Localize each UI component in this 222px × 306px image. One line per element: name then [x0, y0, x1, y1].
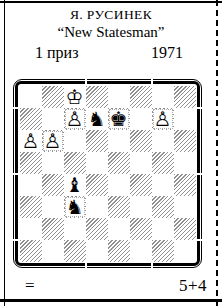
square-b4[interactable]: [42, 174, 64, 196]
material-count: 5+4: [166, 276, 207, 296]
square-b7[interactable]: [42, 108, 64, 130]
square-b1[interactable]: [42, 240, 64, 262]
square-c5[interactable]: [64, 152, 86, 174]
square-f2[interactable]: [130, 218, 152, 240]
square-d8[interactable]: [86, 86, 108, 108]
square-c6[interactable]: [64, 130, 86, 152]
square-h8[interactable]: [174, 86, 196, 108]
square-g6[interactable]: [152, 130, 174, 152]
chess-board-frame: ♔♙♞♚♙♙♙♝♞: [15, 81, 200, 266]
square-h2[interactable]: [174, 218, 196, 240]
stipulation-draw: =: [25, 276, 35, 296]
white-pawn: ♙: [64, 108, 86, 130]
frame-notch: [85, 261, 87, 269]
square-f7[interactable]: [130, 108, 152, 130]
award-text: 1 приз: [35, 44, 78, 62]
square-a5[interactable]: [20, 152, 42, 174]
square-c8[interactable]: ♔: [64, 86, 86, 108]
frame-notch: [12, 107, 20, 109]
frame-notch: [12, 173, 20, 175]
square-f1[interactable]: [130, 240, 152, 262]
square-g3[interactable]: [152, 196, 174, 218]
page-rule-bottom: [0, 299, 222, 302]
square-b8[interactable]: [42, 86, 64, 108]
square-f4[interactable]: [130, 174, 152, 196]
square-f5[interactable]: [130, 152, 152, 174]
square-g7[interactable]: ♙: [152, 108, 174, 130]
square-d7[interactable]: ♞: [86, 108, 108, 130]
square-h6[interactable]: [174, 130, 196, 152]
white-pawn: ♙: [20, 130, 42, 152]
award-line: 1 приз 1971: [35, 44, 183, 62]
frame-notch: [151, 78, 153, 86]
square-d4[interactable]: [86, 174, 108, 196]
square-d6[interactable]: [86, 130, 108, 152]
square-a3[interactable]: [20, 196, 42, 218]
page-rule-left: [4, 0, 5, 306]
frame-notch: [195, 173, 203, 175]
square-e5[interactable]: [108, 152, 130, 174]
square-e1[interactable]: [108, 240, 130, 262]
square-d2[interactable]: [86, 218, 108, 240]
frame-notch: [12, 239, 20, 241]
white-pawn: ♙: [152, 108, 174, 130]
square-e8[interactable]: [108, 86, 130, 108]
square-e7[interactable]: ♚: [108, 108, 130, 130]
black-king: ♚: [108, 108, 130, 130]
square-e4[interactable]: [108, 174, 130, 196]
page-rule-right-dashed: [216, 0, 218, 306]
square-c1[interactable]: [64, 240, 86, 262]
square-e3[interactable]: [108, 196, 130, 218]
square-g1[interactable]: [152, 240, 174, 262]
square-a8[interactable]: [20, 86, 42, 108]
black-knight: ♞: [86, 108, 108, 130]
square-e6[interactable]: [108, 130, 130, 152]
square-h1[interactable]: [174, 240, 196, 262]
square-h7[interactable]: [174, 108, 196, 130]
square-a4[interactable]: [20, 174, 42, 196]
square-c4[interactable]: ♝: [64, 174, 86, 196]
square-a7[interactable]: [20, 108, 42, 130]
square-h4[interactable]: [174, 174, 196, 196]
square-g2[interactable]: [152, 218, 174, 240]
square-g5[interactable]: [152, 152, 174, 174]
square-f8[interactable]: [130, 86, 152, 108]
scanned-problem-page: Я. РУСИНЕК “New Statesman” 1 приз 1971 ♔…: [0, 0, 222, 306]
square-h5[interactable]: [174, 152, 196, 174]
square-c3[interactable]: ♞: [64, 196, 86, 218]
square-h3[interactable]: [174, 196, 196, 218]
frame-notch: [85, 78, 87, 86]
square-c7[interactable]: ♙: [64, 108, 86, 130]
square-f3[interactable]: [130, 196, 152, 218]
square-a6[interactable]: ♙: [20, 130, 42, 152]
square-e2[interactable]: [108, 218, 130, 240]
square-c2[interactable]: [64, 218, 86, 240]
square-b3[interactable]: [42, 196, 64, 218]
square-d1[interactable]: [86, 240, 108, 262]
source-name: “New Statesman”: [0, 24, 222, 41]
square-d5[interactable]: [86, 152, 108, 174]
board-grid: ♔♙♞♚♙♙♙♝♞: [20, 86, 196, 262]
black-knight: ♞: [64, 196, 86, 218]
black-bishop: ♝: [64, 174, 86, 196]
square-g4[interactable]: [152, 174, 174, 196]
square-f6[interactable]: [130, 130, 152, 152]
white-king: ♔: [64, 86, 86, 108]
square-b5[interactable]: [42, 152, 64, 174]
frame-notch: [151, 261, 153, 269]
square-a2[interactable]: [20, 218, 42, 240]
square-d3[interactable]: [86, 196, 108, 218]
white-pawn: ♙: [42, 130, 64, 152]
year-text: 1971: [151, 44, 183, 62]
frame-notch: [195, 239, 203, 241]
chess-board: ♔♙♞♚♙♙♙♝♞: [13, 79, 202, 268]
square-a1[interactable]: [20, 240, 42, 262]
square-g8[interactable]: [152, 86, 174, 108]
composer-name: Я. РУСИНЕК: [0, 7, 222, 23]
square-b6[interactable]: ♙: [42, 130, 64, 152]
page-rule-top: [0, 1, 222, 3]
frame-notch: [195, 107, 203, 109]
square-b2[interactable]: [42, 218, 64, 240]
